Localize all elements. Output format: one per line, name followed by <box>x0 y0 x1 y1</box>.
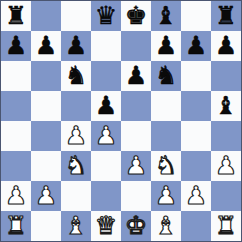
square-c8[interactable] <box>61 1 91 31</box>
white-pawn[interactable]: ♟ <box>65 123 87 148</box>
white-pawn[interactable]: ♟ <box>35 183 57 208</box>
black-queen[interactable]: ♛ <box>95 3 117 28</box>
black-pawn[interactable]: ♟ <box>155 33 177 58</box>
square-b6[interactable] <box>31 61 61 91</box>
white-rook[interactable]: ♜ <box>215 213 237 238</box>
black-pawn[interactable]: ♟ <box>95 93 117 118</box>
black-pawn[interactable]: ♟ <box>125 63 147 88</box>
square-a3[interactable] <box>1 151 31 181</box>
square-a1[interactable]: ♜ <box>1 211 31 241</box>
square-a2[interactable]: ♟ <box>1 181 31 211</box>
square-h6[interactable] <box>211 61 241 91</box>
square-a5[interactable] <box>1 91 31 121</box>
square-f2[interactable]: ♟ <box>151 181 181 211</box>
white-pawn[interactable]: ♟ <box>5 183 27 208</box>
square-e7[interactable] <box>121 31 151 61</box>
square-d5[interactable]: ♟ <box>91 91 121 121</box>
square-a4[interactable] <box>1 121 31 151</box>
square-h5[interactable]: ♝ <box>211 91 241 121</box>
white-king[interactable]: ♚ <box>125 213 147 238</box>
square-c1[interactable]: ♝ <box>61 211 91 241</box>
square-g6[interactable] <box>181 61 211 91</box>
square-h8[interactable]: ♜ <box>211 1 241 31</box>
white-knight[interactable]: ♞ <box>65 153 87 178</box>
square-g2[interactable]: ♟ <box>181 181 211 211</box>
square-g3[interactable] <box>181 151 211 181</box>
white-pawn[interactable]: ♟ <box>95 123 117 148</box>
square-f3[interactable]: ♞ <box>151 151 181 181</box>
square-d3[interactable] <box>91 151 121 181</box>
square-b5[interactable] <box>31 91 61 121</box>
black-pawn[interactable]: ♟ <box>35 33 57 58</box>
square-h4[interactable] <box>211 121 241 151</box>
black-pawn[interactable]: ♟ <box>185 33 207 58</box>
square-h7[interactable]: ♟ <box>211 31 241 61</box>
white-bishop[interactable]: ♝ <box>155 213 177 238</box>
square-f7[interactable]: ♟ <box>151 31 181 61</box>
white-queen[interactable]: ♛ <box>95 213 117 238</box>
square-f1[interactable]: ♝ <box>151 211 181 241</box>
square-c7[interactable]: ♟ <box>61 31 91 61</box>
white-knight[interactable]: ♞ <box>155 153 177 178</box>
square-a7[interactable]: ♟ <box>1 31 31 61</box>
square-f5[interactable] <box>151 91 181 121</box>
square-h2[interactable] <box>211 181 241 211</box>
square-d6[interactable] <box>91 61 121 91</box>
black-knight[interactable]: ♞ <box>65 63 87 88</box>
square-c5[interactable] <box>61 91 91 121</box>
white-rook[interactable]: ♜ <box>5 213 27 238</box>
square-g4[interactable] <box>181 121 211 151</box>
black-rook[interactable]: ♜ <box>215 3 237 28</box>
square-g1[interactable] <box>181 211 211 241</box>
white-pawn[interactable]: ♟ <box>215 153 237 178</box>
square-e6[interactable]: ♟ <box>121 61 151 91</box>
square-b3[interactable] <box>31 151 61 181</box>
square-e5[interactable] <box>121 91 151 121</box>
square-b7[interactable]: ♟ <box>31 31 61 61</box>
square-d8[interactable]: ♛ <box>91 1 121 31</box>
square-c2[interactable] <box>61 181 91 211</box>
square-h1[interactable]: ♜ <box>211 211 241 241</box>
square-e1[interactable]: ♚ <box>121 211 151 241</box>
square-f8[interactable]: ♝ <box>151 1 181 31</box>
black-bishop[interactable]: ♝ <box>215 93 237 118</box>
square-c4[interactable]: ♟ <box>61 121 91 151</box>
black-bishop[interactable]: ♝ <box>155 3 177 28</box>
white-pawn[interactable]: ♟ <box>155 183 177 208</box>
square-b2[interactable]: ♟ <box>31 181 61 211</box>
square-b1[interactable] <box>31 211 61 241</box>
square-f6[interactable]: ♞ <box>151 61 181 91</box>
square-a6[interactable] <box>1 61 31 91</box>
square-d4[interactable]: ♟ <box>91 121 121 151</box>
square-e4[interactable] <box>121 121 151 151</box>
square-c3[interactable]: ♞ <box>61 151 91 181</box>
black-knight[interactable]: ♞ <box>155 63 177 88</box>
square-d1[interactable]: ♛ <box>91 211 121 241</box>
black-pawn[interactable]: ♟ <box>5 33 27 58</box>
square-b8[interactable] <box>31 1 61 31</box>
square-a8[interactable]: ♜ <box>1 1 31 31</box>
square-e3[interactable]: ♟ <box>121 151 151 181</box>
black-pawn[interactable]: ♟ <box>65 33 87 58</box>
square-g8[interactable] <box>181 1 211 31</box>
square-g5[interactable] <box>181 91 211 121</box>
square-d2[interactable] <box>91 181 121 211</box>
square-g7[interactable]: ♟ <box>181 31 211 61</box>
square-f4[interactable] <box>151 121 181 151</box>
square-h3[interactable]: ♟ <box>211 151 241 181</box>
square-e8[interactable]: ♚ <box>121 1 151 31</box>
square-e2[interactable] <box>121 181 151 211</box>
square-d7[interactable] <box>91 31 121 61</box>
white-pawn[interactable]: ♟ <box>125 153 147 178</box>
chess-board: ♜♛♚♝♜♟♟♟♟♟♟♞♟♞♟♝♟♟♞♟♞♟♟♟♟♟♜♝♛♚♝♜ <box>0 0 242 242</box>
white-pawn[interactable]: ♟ <box>185 183 207 208</box>
square-b4[interactable] <box>31 121 61 151</box>
black-king[interactable]: ♚ <box>125 3 147 28</box>
square-c6[interactable]: ♞ <box>61 61 91 91</box>
black-rook[interactable]: ♜ <box>5 3 27 28</box>
white-bishop[interactable]: ♝ <box>65 213 87 238</box>
black-pawn[interactable]: ♟ <box>215 33 237 58</box>
